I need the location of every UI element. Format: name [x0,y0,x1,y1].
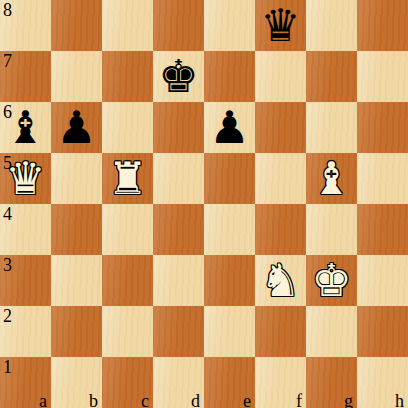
rank-label-1: 1 [3,357,12,377]
square-a4[interactable]: 4 [0,204,51,255]
square-d2[interactable] [153,306,204,357]
file-label-e: e [243,392,251,408]
piece-black-pawn-e6[interactable]: ♟ [204,102,255,153]
white-queen-glyph: ♛ [0,153,51,204]
piece-black-queen-f8[interactable]: ♛ [255,0,306,51]
square-e6[interactable]: ♟ [204,102,255,153]
square-h6[interactable] [357,102,408,153]
white-king-glyph: ♚ [306,255,357,306]
white-bishop-glyph: ♝ [306,153,357,204]
square-h2[interactable] [357,306,408,357]
piece-white-queen-a5[interactable]: ♛ [0,153,51,204]
square-f3[interactable]: ♞ [255,255,306,306]
white-knight-glyph: ♞ [255,255,306,306]
square-g3[interactable]: ♚ [306,255,357,306]
square-c4[interactable] [102,204,153,255]
square-e4[interactable] [204,204,255,255]
white-rook-glyph: ♜ [102,153,153,204]
square-g5[interactable]: ♝ [306,153,357,204]
square-c2[interactable] [102,306,153,357]
square-f1[interactable]: f [255,357,306,408]
square-e3[interactable] [204,255,255,306]
square-d6[interactable] [153,102,204,153]
square-g2[interactable] [306,306,357,357]
square-b7[interactable] [51,51,102,102]
file-label-g: g [344,392,353,408]
square-c5[interactable]: ♜ [102,153,153,204]
square-g4[interactable] [306,204,357,255]
square-e7[interactable] [204,51,255,102]
square-e5[interactable] [204,153,255,204]
file-label-b: b [89,392,98,408]
square-c6[interactable] [102,102,153,153]
piece-white-king-g3[interactable]: ♚ [306,255,357,306]
piece-black-king-d7[interactable]: ♚ [153,51,204,102]
square-b3[interactable] [51,255,102,306]
square-f7[interactable] [255,51,306,102]
square-a6[interactable]: 6♝ [0,102,51,153]
square-f5[interactable] [255,153,306,204]
square-b8[interactable] [51,0,102,51]
square-h5[interactable] [357,153,408,204]
square-g1[interactable]: g [306,357,357,408]
square-f6[interactable] [255,102,306,153]
square-f4[interactable] [255,204,306,255]
square-a2[interactable]: 2 [0,306,51,357]
square-c8[interactable] [102,0,153,51]
rank-label-2: 2 [3,306,12,326]
square-g8[interactable] [306,0,357,51]
square-b4[interactable] [51,204,102,255]
piece-black-bishop-a6[interactable]: ♝ [0,102,51,153]
square-c3[interactable] [102,255,153,306]
square-d4[interactable] [153,204,204,255]
file-label-h: h [395,392,404,408]
square-e8[interactable] [204,0,255,51]
square-h7[interactable] [357,51,408,102]
chess-board: 8♛7♚6♝♟♟5♛♜♝43♞♚21abcdefgh [0,0,408,408]
square-g7[interactable] [306,51,357,102]
square-d5[interactable] [153,153,204,204]
black-king-glyph: ♚ [153,51,204,102]
square-e1[interactable]: e [204,357,255,408]
square-b6[interactable]: ♟ [51,102,102,153]
square-b5[interactable] [51,153,102,204]
square-a5[interactable]: 5♛ [0,153,51,204]
square-g6[interactable] [306,102,357,153]
file-label-d: d [191,392,200,408]
square-c1[interactable]: c [102,357,153,408]
piece-white-knight-f3[interactable]: ♞ [255,255,306,306]
black-pawn-glyph: ♟ [204,102,255,153]
square-d7[interactable]: ♚ [153,51,204,102]
square-d8[interactable] [153,0,204,51]
square-a7[interactable]: 7 [0,51,51,102]
square-h1[interactable]: h [357,357,408,408]
square-b2[interactable] [51,306,102,357]
square-a8[interactable]: 8 [0,0,51,51]
square-c7[interactable] [102,51,153,102]
piece-black-pawn-b6[interactable]: ♟ [51,102,102,153]
rank-label-8: 8 [3,0,12,20]
square-d3[interactable] [153,255,204,306]
square-a1[interactable]: 1a [0,357,51,408]
file-label-f: f [296,392,302,408]
black-pawn-glyph: ♟ [51,102,102,153]
square-a3[interactable]: 3 [0,255,51,306]
rank-label-4: 4 [3,204,12,224]
square-e2[interactable] [204,306,255,357]
rank-label-3: 3 [3,255,12,275]
file-label-c: c [141,392,149,408]
piece-white-rook-c5[interactable]: ♜ [102,153,153,204]
rank-label-7: 7 [3,51,12,71]
black-bishop-glyph: ♝ [0,102,51,153]
piece-white-bishop-g5[interactable]: ♝ [306,153,357,204]
square-h4[interactable] [357,204,408,255]
file-label-a: a [39,392,47,408]
square-b1[interactable]: b [51,357,102,408]
square-h3[interactable] [357,255,408,306]
square-h8[interactable] [357,0,408,51]
square-f8[interactable]: ♛ [255,0,306,51]
square-d1[interactable]: d [153,357,204,408]
square-f2[interactable] [255,306,306,357]
black-queen-glyph: ♛ [255,0,306,51]
